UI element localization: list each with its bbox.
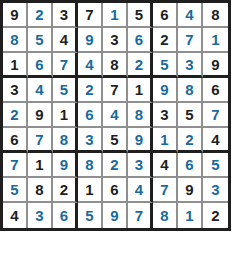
sudoku-cell[interactable]: 6 (153, 3, 178, 28)
sudoku-cell[interactable]: 9 (178, 178, 203, 203)
sudoku-cell[interactable]: 9 (153, 78, 178, 103)
sudoku-cell[interactable]: 6 (78, 103, 103, 128)
sudoku-cell[interactable]: 4 (78, 53, 103, 78)
sudoku-cell[interactable]: 6 (128, 28, 153, 53)
sudoku-cell[interactable]: 2 (3, 103, 28, 128)
sudoku-cell[interactable]: 8 (203, 3, 228, 28)
sudoku-cell[interactable]: 1 (203, 28, 228, 53)
sudoku-cell[interactable]: 5 (53, 78, 78, 103)
sudoku-cell[interactable]: 8 (153, 203, 178, 228)
sudoku-cell[interactable]: 7 (178, 28, 203, 53)
sudoku-board: 9237156488549362711674825393452719862916… (0, 0, 231, 231)
sudoku-cell[interactable]: 3 (203, 178, 228, 203)
sudoku-cell[interactable]: 6 (3, 128, 28, 153)
sudoku-cell[interactable]: 5 (78, 203, 103, 228)
sudoku-cell[interactable]: 1 (78, 178, 103, 203)
sudoku-cell[interactable]: 6 (28, 53, 53, 78)
sudoku-cell[interactable]: 1 (28, 153, 53, 178)
sudoku-cell[interactable]: 2 (53, 178, 78, 203)
sudoku-cell[interactable]: 1 (103, 3, 128, 28)
sudoku-cell[interactable]: 8 (28, 178, 53, 203)
sudoku-cell[interactable]: 7 (128, 203, 153, 228)
sudoku-cell[interactable]: 3 (103, 28, 128, 53)
sudoku-cell[interactable]: 2 (28, 3, 53, 28)
sudoku-cell[interactable]: 4 (3, 203, 28, 228)
sudoku-cell[interactable]: 6 (203, 78, 228, 103)
sudoku-cell[interactable]: 4 (53, 28, 78, 53)
sudoku-cell[interactable]: 7 (53, 53, 78, 78)
sudoku-cell[interactable]: 5 (103, 128, 128, 153)
sudoku-cell[interactable]: 7 (153, 178, 178, 203)
sudoku-cell[interactable]: 4 (103, 103, 128, 128)
sudoku-cell[interactable]: 9 (53, 153, 78, 178)
sudoku-cell[interactable]: 7 (203, 103, 228, 128)
sudoku-cell[interactable]: 6 (178, 153, 203, 178)
sudoku-cell[interactable]: 2 (103, 153, 128, 178)
sudoku-cell[interactable]: 5 (3, 178, 28, 203)
sudoku-cell[interactable]: 9 (78, 28, 103, 53)
sudoku-cell[interactable]: 6 (53, 203, 78, 228)
sudoku-cell[interactable]: 8 (128, 103, 153, 128)
sudoku-cell[interactable]: 4 (28, 78, 53, 103)
sudoku-cell[interactable]: 3 (53, 3, 78, 28)
sudoku-cell[interactable]: 5 (153, 53, 178, 78)
sudoku-cell[interactable]: 1 (153, 128, 178, 153)
sudoku-cell[interactable]: 8 (53, 128, 78, 153)
sudoku-cell[interactable]: 5 (203, 153, 228, 178)
sudoku-cell[interactable]: 8 (78, 153, 103, 178)
sudoku-cell[interactable]: 5 (178, 103, 203, 128)
sudoku-cell[interactable]: 1 (53, 103, 78, 128)
sudoku-cell[interactable]: 7 (28, 128, 53, 153)
sudoku-cell[interactable]: 7 (78, 3, 103, 28)
sudoku-cell[interactable]: 1 (3, 53, 28, 78)
sudoku-cell[interactable]: 3 (28, 203, 53, 228)
sudoku-cell[interactable]: 7 (103, 78, 128, 103)
sudoku-cell[interactable]: 9 (128, 128, 153, 153)
sudoku-cell[interactable]: 3 (178, 53, 203, 78)
sudoku-cell[interactable]: 2 (78, 78, 103, 103)
sudoku-cell[interactable]: 4 (178, 3, 203, 28)
sudoku-cell[interactable]: 4 (203, 128, 228, 153)
sudoku-cell[interactable]: 9 (28, 103, 53, 128)
sudoku-cell[interactable]: 1 (128, 78, 153, 103)
sudoku-cell[interactable]: 1 (178, 203, 203, 228)
sudoku-cell[interactable]: 3 (128, 153, 153, 178)
sudoku-cell[interactable]: 2 (128, 53, 153, 78)
sudoku-cell[interactable]: 5 (128, 3, 153, 28)
sudoku-cell[interactable]: 4 (153, 153, 178, 178)
sudoku-cell[interactable]: 8 (178, 78, 203, 103)
sudoku-cell[interactable]: 2 (203, 203, 228, 228)
sudoku-cell[interactable]: 7 (3, 153, 28, 178)
sudoku-cell[interactable]: 8 (3, 28, 28, 53)
sudoku-cell[interactable]: 2 (178, 128, 203, 153)
sudoku-cell[interactable]: 9 (3, 3, 28, 28)
sudoku-cell[interactable]: 9 (203, 53, 228, 78)
sudoku-cell[interactable]: 4 (128, 178, 153, 203)
sudoku-cell[interactable]: 3 (3, 78, 28, 103)
sudoku-cell[interactable]: 2 (153, 28, 178, 53)
sudoku-cell[interactable]: 6 (103, 178, 128, 203)
sudoku-cell[interactable]: 3 (153, 103, 178, 128)
sudoku-cell[interactable]: 5 (28, 28, 53, 53)
sudoku-cell[interactable]: 3 (78, 128, 103, 153)
sudoku-cell[interactable]: 9 (103, 203, 128, 228)
sudoku-cell[interactable]: 8 (103, 53, 128, 78)
